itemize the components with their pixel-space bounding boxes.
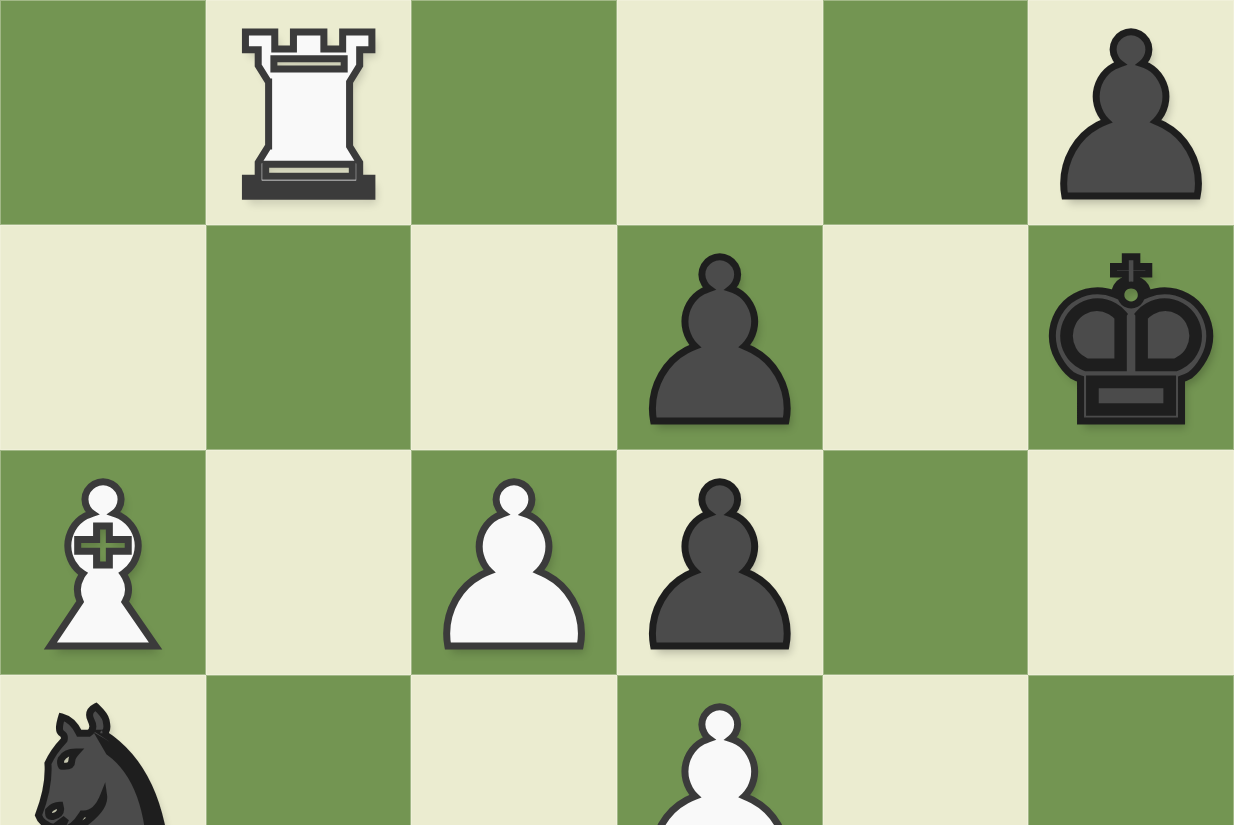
square-g6[interactable] [823, 225, 1029, 450]
square-d6[interactable] [206, 225, 412, 450]
square-f5[interactable]: ♟ [617, 450, 823, 675]
square-g7[interactable] [823, 0, 1029, 225]
white-pawn-piece[interactable]: ♟ [413, 456, 615, 681]
square-d4[interactable] [206, 675, 412, 825]
black-pawn-piece[interactable]: ♟ [619, 456, 821, 681]
square-g4[interactable] [823, 675, 1029, 825]
black-king-piece[interactable]: ♚ [1030, 231, 1232, 456]
black-knight-piece[interactable]: ♞ [2, 681, 204, 825]
white-bishop-piece[interactable]: ♝ [2, 456, 204, 681]
square-c4[interactable]: ♞ [0, 675, 206, 825]
black-pawn-piece[interactable]: ♟ [1030, 6, 1232, 231]
square-h5[interactable] [1028, 450, 1234, 675]
square-c5[interactable]: ♝ [0, 450, 206, 675]
square-c7[interactable] [0, 0, 206, 225]
square-e4[interactable] [411, 675, 617, 825]
square-e6[interactable] [411, 225, 617, 450]
square-h6[interactable]: ♚ [1028, 225, 1234, 450]
square-e7[interactable] [411, 0, 617, 225]
square-g5[interactable] [823, 450, 1029, 675]
white-rook-piece[interactable]: ♜ [208, 6, 410, 231]
chess-board: ♜♟♟♚♝♟♟♞♟ [0, 0, 1234, 825]
square-h4[interactable] [1028, 675, 1234, 825]
square-c6[interactable] [0, 225, 206, 450]
white-pawn-piece[interactable]: ♟ [619, 681, 821, 825]
square-f6[interactable]: ♟ [617, 225, 823, 450]
black-pawn-piece[interactable]: ♟ [619, 231, 821, 456]
square-d5[interactable] [206, 450, 412, 675]
square-d7[interactable]: ♜ [206, 0, 412, 225]
square-h7[interactable]: ♟ [1028, 0, 1234, 225]
square-e5[interactable]: ♟ [411, 450, 617, 675]
square-f4[interactable]: ♟ [617, 675, 823, 825]
square-f7[interactable] [617, 0, 823, 225]
